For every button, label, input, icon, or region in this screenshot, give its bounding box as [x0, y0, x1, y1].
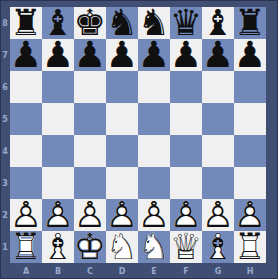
- piece-white-pawn[interactable]: ♟♙: [234, 199, 266, 231]
- rank-label-1: 1: [0, 231, 10, 263]
- square-f6[interactable]: [170, 71, 202, 103]
- piece-black-queen[interactable]: ♛: [170, 7, 202, 39]
- square-d6[interactable]: [106, 71, 138, 103]
- square-c5[interactable]: [74, 103, 106, 135]
- piece-black-pawn[interactable]: ♟: [234, 39, 266, 71]
- square-f2[interactable]: ♟♙: [170, 199, 202, 231]
- square-g8[interactable]: ♝: [202, 7, 234, 39]
- square-c8[interactable]: ♚: [74, 7, 106, 39]
- piece-black-knight[interactable]: ♞: [106, 7, 138, 39]
- piece-glyph: ♝: [42, 7, 74, 39]
- piece-white-rook[interactable]: ♜♖: [10, 231, 42, 263]
- piece-outline-glyph: ♘: [138, 231, 170, 263]
- square-g7[interactable]: ♟: [202, 39, 234, 71]
- piece-black-king[interactable]: ♚: [74, 7, 106, 39]
- file-label-h: H: [234, 263, 266, 279]
- piece-white-bishop[interactable]: ♝♗: [42, 231, 74, 263]
- square-c2[interactable]: ♟♙: [74, 199, 106, 231]
- piece-glyph: ♚: [74, 7, 106, 39]
- square-h1[interactable]: ♜♖: [234, 231, 266, 263]
- rank-label-4: 4: [0, 135, 10, 167]
- piece-glyph: ♟: [74, 199, 106, 231]
- piece-outline-glyph: ♙: [74, 199, 106, 231]
- square-a1[interactable]: ♜♖: [10, 231, 42, 263]
- piece-outline-glyph: ♙: [10, 199, 42, 231]
- square-a4[interactable]: [10, 135, 42, 167]
- piece-white-pawn[interactable]: ♟♙: [42, 199, 74, 231]
- square-g6[interactable]: [202, 71, 234, 103]
- piece-black-rook[interactable]: ♜: [234, 7, 266, 39]
- piece-outline-glyph: ♗: [42, 231, 74, 263]
- square-e4[interactable]: [138, 135, 170, 167]
- square-f3[interactable]: [170, 167, 202, 199]
- square-g2[interactable]: ♟♙: [202, 199, 234, 231]
- square-a7[interactable]: ♟: [10, 39, 42, 71]
- piece-white-pawn[interactable]: ♟♙: [10, 199, 42, 231]
- piece-glyph: ♟: [202, 199, 234, 231]
- square-a8[interactable]: ♜: [10, 7, 42, 39]
- rank-label-2: 2: [0, 199, 10, 231]
- square-b4[interactable]: [42, 135, 74, 167]
- piece-glyph: ♞: [138, 231, 170, 263]
- square-c4[interactable]: [74, 135, 106, 167]
- square-c3[interactable]: [74, 167, 106, 199]
- square-e7[interactable]: ♟: [138, 39, 170, 71]
- piece-glyph: ♟: [170, 39, 202, 71]
- piece-outline-glyph: ♖: [10, 231, 42, 263]
- square-h4[interactable]: [234, 135, 266, 167]
- piece-black-pawn[interactable]: ♟: [106, 39, 138, 71]
- piece-glyph: ♟: [10, 39, 42, 71]
- piece-white-pawn[interactable]: ♟♙: [138, 199, 170, 231]
- piece-glyph: ♝: [202, 231, 234, 263]
- square-f4[interactable]: [170, 135, 202, 167]
- piece-black-pawn[interactable]: ♟: [10, 39, 42, 71]
- file-label-e: E: [138, 263, 170, 279]
- piece-black-pawn[interactable]: ♟: [170, 39, 202, 71]
- file-label-g: G: [202, 263, 234, 279]
- piece-outline-glyph: ♙: [202, 199, 234, 231]
- piece-glyph: ♝: [202, 7, 234, 39]
- square-a2[interactable]: ♟♙: [10, 199, 42, 231]
- square-f1[interactable]: ♛♕: [170, 231, 202, 263]
- piece-black-bishop[interactable]: ♝: [202, 7, 234, 39]
- square-c6[interactable]: [74, 71, 106, 103]
- square-d7[interactable]: ♟: [106, 39, 138, 71]
- piece-black-pawn[interactable]: ♟: [74, 39, 106, 71]
- piece-outline-glyph: ♗: [202, 231, 234, 263]
- square-d3[interactable]: [106, 167, 138, 199]
- piece-glyph: ♛: [170, 231, 202, 263]
- file-label-f: F: [170, 263, 202, 279]
- piece-glyph: ♜: [234, 231, 266, 263]
- piece-outline-glyph: ♙: [234, 199, 266, 231]
- file-label-a: A: [10, 263, 42, 279]
- piece-black-knight[interactable]: ♞: [138, 7, 170, 39]
- square-c1[interactable]: ♚♔: [74, 231, 106, 263]
- rank-label-7: 7: [0, 39, 10, 71]
- square-e2[interactable]: ♟♙: [138, 199, 170, 231]
- square-e5[interactable]: [138, 103, 170, 135]
- piece-glyph: ♞: [106, 7, 138, 39]
- rank-labels: 87654321: [0, 7, 10, 263]
- square-d2[interactable]: ♟♙: [106, 199, 138, 231]
- rank-label-6: 6: [0, 71, 10, 103]
- square-d4[interactable]: [106, 135, 138, 167]
- piece-outline-glyph: ♙: [42, 199, 74, 231]
- piece-glyph: ♟: [10, 199, 42, 231]
- piece-glyph: ♟: [106, 199, 138, 231]
- square-d8[interactable]: ♞: [106, 7, 138, 39]
- piece-glyph: ♚: [74, 231, 106, 263]
- square-e8[interactable]: ♞: [138, 7, 170, 39]
- rank-label-3: 3: [0, 167, 10, 199]
- square-f8[interactable]: ♛: [170, 7, 202, 39]
- square-d1[interactable]: ♞♘: [106, 231, 138, 263]
- piece-glyph: ♟: [42, 39, 74, 71]
- board-frame: 87654321 ♜♝♚♞♞♛♝♜♟♟♟♟♟♟♟♟♟♙♟♙♟♙♟♙♟♙♟♙♟♙♟…: [0, 0, 278, 279]
- file-label-b: B: [42, 263, 74, 279]
- piece-outline-glyph: ♙: [106, 199, 138, 231]
- piece-black-rook[interactable]: ♜: [10, 7, 42, 39]
- piece-white-knight[interactable]: ♞♘: [138, 231, 170, 263]
- piece-outline-glyph: ♖: [234, 231, 266, 263]
- piece-white-queen[interactable]: ♛♕: [170, 231, 202, 263]
- square-e1[interactable]: ♞♘: [138, 231, 170, 263]
- piece-glyph: ♟: [170, 199, 202, 231]
- square-b8[interactable]: ♝: [42, 7, 74, 39]
- file-labels: ABCDEFGH: [10, 263, 266, 279]
- square-h2[interactable]: ♟♙: [234, 199, 266, 231]
- square-a3[interactable]: [10, 167, 42, 199]
- piece-white-bishop[interactable]: ♝♗: [202, 231, 234, 263]
- piece-white-pawn[interactable]: ♟♙: [74, 199, 106, 231]
- piece-glyph: ♟: [138, 39, 170, 71]
- square-g4[interactable]: [202, 135, 234, 167]
- rank-label-8: 8: [0, 7, 10, 39]
- square-g1[interactable]: ♝♗: [202, 231, 234, 263]
- piece-glyph: ♜: [10, 7, 42, 39]
- square-g5[interactable]: [202, 103, 234, 135]
- piece-glyph: ♟: [234, 39, 266, 71]
- file-label-c: C: [74, 263, 106, 279]
- piece-white-pawn[interactable]: ♟♙: [202, 199, 234, 231]
- piece-white-rook[interactable]: ♜♖: [234, 231, 266, 263]
- piece-glyph: ♜: [10, 231, 42, 263]
- piece-outline-glyph: ♙: [170, 199, 202, 231]
- square-e6[interactable]: [138, 71, 170, 103]
- piece-glyph: ♟: [106, 39, 138, 71]
- piece-outline-glyph: ♙: [138, 199, 170, 231]
- piece-glyph: ♛: [170, 7, 202, 39]
- piece-glyph: ♟: [74, 39, 106, 71]
- square-h8[interactable]: ♜: [234, 7, 266, 39]
- square-d5[interactable]: [106, 103, 138, 135]
- piece-glyph: ♞: [106, 231, 138, 263]
- piece-glyph: ♜: [234, 7, 266, 39]
- piece-white-pawn[interactable]: ♟♙: [106, 199, 138, 231]
- square-b6[interactable]: [42, 71, 74, 103]
- piece-white-knight[interactable]: ♞♘: [106, 231, 138, 263]
- square-a5[interactable]: [10, 103, 42, 135]
- piece-black-pawn[interactable]: ♟: [42, 39, 74, 71]
- piece-black-pawn[interactable]: ♟: [138, 39, 170, 71]
- square-h3[interactable]: [234, 167, 266, 199]
- square-e3[interactable]: [138, 167, 170, 199]
- square-f7[interactable]: ♟: [170, 39, 202, 71]
- piece-black-pawn[interactable]: ♟: [202, 39, 234, 71]
- square-b5[interactable]: [42, 103, 74, 135]
- square-b7[interactable]: ♟: [42, 39, 74, 71]
- rank-label-5: 5: [0, 103, 10, 135]
- square-b2[interactable]: ♟♙: [42, 199, 74, 231]
- square-a6[interactable]: [10, 71, 42, 103]
- piece-glyph: ♟: [138, 199, 170, 231]
- square-h7[interactable]: ♟: [234, 39, 266, 71]
- piece-glyph: ♟: [42, 199, 74, 231]
- square-g3[interactable]: [202, 167, 234, 199]
- piece-outline-glyph: ♔: [74, 231, 106, 263]
- piece-outline-glyph: ♘: [106, 231, 138, 263]
- square-f5[interactable]: [170, 103, 202, 135]
- square-h5[interactable]: [234, 103, 266, 135]
- piece-glyph: ♟: [234, 199, 266, 231]
- square-c7[interactable]: ♟: [74, 39, 106, 71]
- piece-glyph: ♟: [202, 39, 234, 71]
- square-b3[interactable]: [42, 167, 74, 199]
- piece-white-pawn[interactable]: ♟♙: [170, 199, 202, 231]
- square-b1[interactable]: ♝♗: [42, 231, 74, 263]
- piece-glyph: ♝: [42, 231, 74, 263]
- piece-white-king[interactable]: ♚♔: [74, 231, 106, 263]
- piece-outline-glyph: ♕: [170, 231, 202, 263]
- piece-black-bishop[interactable]: ♝: [42, 7, 74, 39]
- square-h6[interactable]: [234, 71, 266, 103]
- file-label-d: D: [106, 263, 138, 279]
- piece-glyph: ♞: [138, 7, 170, 39]
- chess-board[interactable]: ♜♝♚♞♞♛♝♜♟♟♟♟♟♟♟♟♟♙♟♙♟♙♟♙♟♙♟♙♟♙♟♙♜♖♝♗♚♔♞♘…: [10, 7, 266, 263]
